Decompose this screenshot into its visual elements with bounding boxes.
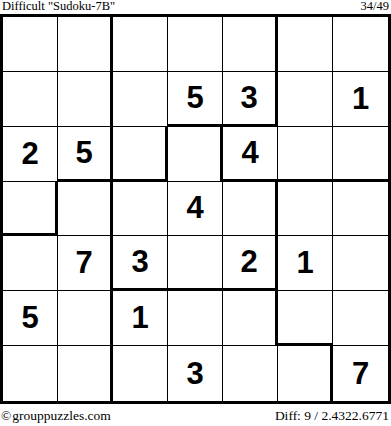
cell-r5c3[interactable]: 3 — [113, 236, 168, 291]
cell-r6c4[interactable] — [168, 291, 223, 346]
cell-r3c5[interactable]: 4 — [223, 127, 278, 182]
cell-r1c7[interactable] — [333, 17, 388, 72]
cell-r3c7[interactable] — [333, 127, 388, 182]
cell-r6c3[interactable]: 1 — [113, 291, 168, 346]
cell-r1c5[interactable] — [223, 17, 278, 72]
cell-r7c7[interactable]: 7 — [333, 346, 388, 401]
page-header: Difficult "Sudoku-7B" 34/49 — [0, 0, 391, 14]
cell-r4c4[interactable]: 4 — [168, 182, 223, 237]
cell-r5c5[interactable]: 2 — [223, 236, 278, 291]
cell-r7c6[interactable] — [278, 346, 333, 401]
cell-r6c1[interactable]: 5 — [3, 291, 58, 346]
cell-r7c5[interactable] — [223, 346, 278, 401]
cell-r7c2[interactable] — [58, 346, 113, 401]
cell-r4c1[interactable] — [3, 182, 58, 237]
cell-r5c6[interactable]: 1 — [278, 236, 333, 291]
cell-r5c4[interactable] — [168, 236, 223, 291]
cell-r1c6[interactable] — [278, 17, 333, 72]
puzzle-title: Difficult "Sudoku-7B" — [2, 0, 115, 13]
cell-r6c6[interactable] — [278, 291, 333, 346]
copyright: ©grouppuzzles.com — [1, 408, 111, 424]
cell-r3c4[interactable] — [168, 127, 223, 182]
cell-r7c1[interactable] — [3, 346, 58, 401]
cell-r2c3[interactable] — [113, 72, 168, 127]
cell-r4c6[interactable] — [278, 182, 333, 237]
cell-r4c2[interactable] — [58, 182, 113, 237]
cell-r5c2[interactable]: 7 — [58, 236, 113, 291]
cell-r3c3[interactable] — [113, 127, 168, 182]
cell-r6c7[interactable] — [333, 291, 388, 346]
sudoku-page: Difficult "Sudoku-7B" 34/49 531254473215… — [0, 0, 391, 426]
cell-r3c6[interactable] — [278, 127, 333, 182]
cell-r1c1[interactable] — [3, 17, 58, 72]
cell-r5c1[interactable] — [3, 236, 58, 291]
copyright-icon: © — [1, 408, 11, 424]
cell-r2c2[interactable] — [58, 72, 113, 127]
cell-r4c7[interactable] — [333, 182, 388, 237]
cell-r4c5[interactable] — [223, 182, 278, 237]
cell-r1c2[interactable] — [58, 17, 113, 72]
cell-r2c4[interactable]: 5 — [168, 72, 223, 127]
cell-r3c2[interactable]: 5 — [58, 127, 113, 182]
cell-r2c1[interactable] — [3, 72, 58, 127]
cell-r7c3[interactable] — [113, 346, 168, 401]
cell-r4c3[interactable] — [113, 182, 168, 237]
cell-r1c3[interactable] — [113, 17, 168, 72]
cell-r6c5[interactable] — [223, 291, 278, 346]
copyright-site: grouppuzzles.com — [12, 408, 111, 424]
cell-r6c2[interactable] — [58, 291, 113, 346]
difficulty-label: Diff: 9 / 2.4322.6771 — [275, 408, 389, 424]
blank-counter: 34/49 — [361, 0, 389, 13]
cell-r7c4[interactable]: 3 — [168, 346, 223, 401]
cell-r2c5[interactable]: 3 — [223, 72, 278, 127]
cell-r2c6[interactable] — [278, 72, 333, 127]
sudoku-grid: 531254473215137 — [0, 14, 391, 404]
page-footer: ©grouppuzzles.com Diff: 9 / 2.4322.6771 — [0, 404, 391, 426]
cell-r2c7[interactable]: 1 — [333, 72, 388, 127]
cell-r5c7[interactable] — [333, 236, 388, 291]
cell-r3c1[interactable]: 2 — [3, 127, 58, 182]
cell-r1c4[interactable] — [168, 17, 223, 72]
